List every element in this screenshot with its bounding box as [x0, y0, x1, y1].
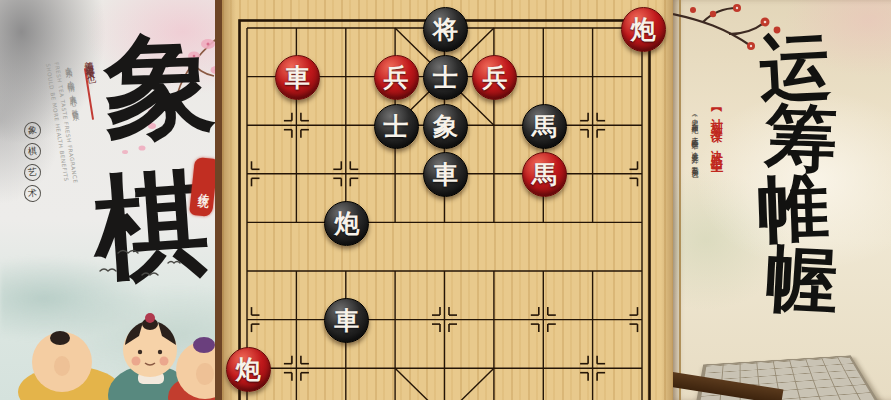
piece-character: 車 — [433, 162, 458, 187]
circle-char: 艺 — [23, 163, 42, 182]
piece-character: 兵 — [384, 65, 409, 90]
black-chariot-upper[interactable]: 車 — [423, 152, 468, 197]
children-illustration — [0, 300, 222, 400]
birds-icon — [90, 245, 200, 305]
red-cannon-right[interactable]: 炮 — [621, 7, 666, 52]
red-chariot[interactable]: 車 — [275, 55, 320, 100]
right-decorative-panel: 运筹帷幄 【计划筹谋，决胜千里】 《史记·高祖本纪》：夫运筹帷幄之中，决胜千里之… — [673, 0, 891, 400]
black-general[interactable]: 将 — [423, 7, 468, 52]
piece-character: 炮 — [631, 17, 656, 42]
piece-character: 士 — [384, 114, 409, 139]
piece-character: 炮 — [236, 357, 261, 382]
calligraphy-xiang: 象 — [102, 28, 218, 144]
piece-character: 馬 — [532, 162, 557, 187]
black-advisor-low[interactable]: 士 — [374, 104, 419, 149]
circle-char: 棋 — [23, 142, 42, 161]
piece-character: 炮 — [334, 211, 359, 236]
right-source-quote: 《史记·高祖本纪》：夫运筹帷幄之中，决胜千里之外，吾不如子房也。 — [689, 112, 700, 357]
piece-character: 象 — [433, 114, 458, 139]
piece-character: 将 — [433, 17, 458, 42]
circle-char: 象 — [23, 121, 42, 140]
piece-character: 士 — [433, 65, 458, 90]
tradition-seal: 传统 — [189, 157, 218, 217]
piece-character: 兵 — [482, 65, 507, 90]
red-horse[interactable]: 馬 — [522, 152, 567, 197]
calligraphy-char: 帷 — [756, 172, 830, 245]
circle-characters: 象棋艺术 — [24, 122, 41, 202]
right-title-calligraphy: 运筹帷幄 — [747, 32, 851, 314]
black-elephant[interactable]: 象 — [423, 104, 468, 149]
right-red-quote: 【计划筹谋，决胜千里】 — [709, 104, 723, 304]
red-soldier-left[interactable]: 兵 — [374, 55, 419, 100]
poster: 象 棋 善博弈者得天下也 弈之为乐，小胜怡情，大胜养心，胜负皆乐 FRESH T… — [0, 0, 891, 400]
xiangqi-board[interactable]: 将炮車兵士兵士象馬車馬炮車炮 — [222, 0, 673, 400]
calligraphy-char: 幄 — [764, 242, 840, 316]
seal-text: 传统 — [196, 183, 212, 191]
piece-character: 車 — [285, 65, 310, 90]
piece-character: 馬 — [532, 114, 557, 139]
piece-character: 車 — [334, 308, 359, 333]
left-decorative-panel: 象 棋 善博弈者得天下也 弈之为乐，小胜怡情，大胜养心，胜负皆乐 FRESH T… — [0, 0, 222, 400]
black-horse[interactable]: 馬 — [522, 104, 567, 149]
black-advisor-high[interactable]: 士 — [423, 55, 468, 100]
red-cannon-left[interactable]: 炮 — [226, 347, 271, 392]
circle-char: 术 — [23, 184, 42, 203]
black-cannon[interactable]: 炮 — [324, 201, 369, 246]
